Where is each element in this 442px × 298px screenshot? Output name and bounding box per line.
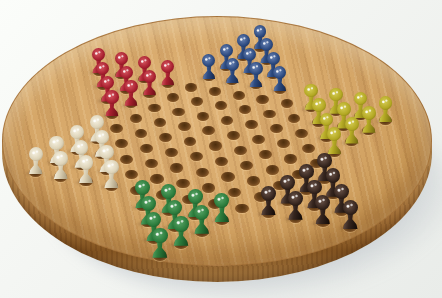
peg-head: [138, 56, 151, 69]
board-hole[interactable]: [284, 154, 297, 163]
peg-red[interactable]: [161, 60, 176, 85]
peg-red[interactable]: [104, 90, 119, 116]
peg-head: [152, 228, 167, 244]
peg-yellow[interactable]: [327, 127, 343, 154]
peg-head: [143, 70, 156, 83]
peg-head: [260, 38, 273, 51]
peg-head: [329, 88, 343, 102]
peg-head: [90, 115, 104, 129]
peg-white[interactable]: [53, 151, 69, 179]
peg-head: [315, 195, 330, 210]
peg-head: [317, 153, 331, 168]
peg-head: [379, 96, 393, 110]
peg-head: [49, 136, 63, 150]
peg-green[interactable]: [173, 216, 190, 246]
peg-head: [288, 191, 303, 206]
peg-head: [79, 155, 93, 170]
board-hole[interactable]: [196, 168, 209, 177]
peg-head: [188, 189, 203, 204]
peg-head: [249, 62, 262, 75]
peg-head: [320, 113, 334, 127]
board-hole[interactable]: [288, 114, 301, 123]
peg-blue[interactable]: [249, 62, 264, 88]
peg-head: [226, 58, 239, 71]
board-hole[interactable]: [165, 148, 178, 157]
board-hole[interactable]: [252, 135, 265, 144]
board-hole[interactable]: [150, 174, 163, 184]
photo-scene: [0, 0, 442, 298]
board-hole[interactable]: [167, 93, 179, 102]
peg-head: [345, 117, 359, 131]
board-hole[interactable]: [159, 133, 172, 142]
peg-green[interactable]: [214, 193, 231, 222]
peg-head: [173, 216, 188, 231]
board-hole[interactable]: [197, 112, 210, 121]
peg-red[interactable]: [124, 80, 139, 106]
peg-head: [312, 98, 326, 112]
peg-head: [343, 200, 358, 215]
peg-head: [304, 84, 317, 98]
board-hole[interactable]: [130, 114, 143, 123]
peg-head: [299, 164, 314, 179]
board-hole[interactable]: [209, 141, 222, 150]
peg-head: [104, 160, 118, 175]
board-hole[interactable]: [191, 97, 204, 106]
board-hole[interactable]: [266, 165, 279, 174]
peg-head: [124, 80, 137, 93]
peg-head: [141, 196, 156, 211]
board-hole[interactable]: [233, 91, 245, 100]
peg-head: [135, 180, 150, 195]
board-hole[interactable]: [135, 129, 148, 138]
peg-head: [280, 175, 295, 190]
peg-head: [29, 147, 43, 161]
board-hole[interactable]: [140, 144, 153, 153]
peg-head: [243, 48, 256, 61]
peg-head: [194, 205, 209, 220]
board-hole[interactable]: [281, 99, 294, 108]
peg-black[interactable]: [314, 195, 331, 224]
board-hole[interactable]: [176, 179, 190, 189]
peg-head: [70, 125, 84, 139]
peg-blue[interactable]: [273, 66, 288, 92]
peg-head: [254, 25, 267, 38]
peg-head: [267, 52, 280, 65]
peg-white[interactable]: [78, 155, 94, 183]
peg-head: [327, 127, 341, 141]
peg-head: [161, 184, 176, 199]
board-hole[interactable]: [263, 110, 276, 119]
board-hole[interactable]: [302, 144, 315, 153]
peg-black[interactable]: [342, 200, 359, 229]
peg-blue[interactable]: [225, 58, 240, 83]
peg-head: [362, 106, 376, 120]
peg-head: [202, 54, 215, 67]
board-hole[interactable]: [256, 95, 268, 104]
peg-green[interactable]: [151, 228, 168, 258]
peg-white[interactable]: [103, 160, 119, 188]
board-hole[interactable]: [234, 146, 247, 155]
peg-head: [120, 66, 133, 79]
peg-white[interactable]: [28, 147, 44, 175]
peg-head: [334, 184, 349, 199]
board-hole[interactable]: [120, 155, 133, 164]
peg-head: [95, 130, 109, 144]
peg-yellow[interactable]: [378, 96, 393, 122]
board-hole[interactable]: [170, 163, 183, 172]
board-hole[interactable]: [235, 204, 249, 214]
board-hole[interactable]: [215, 157, 228, 166]
peg-black[interactable]: [287, 191, 304, 220]
board-hole[interactable]: [185, 83, 197, 92]
peg-red[interactable]: [142, 70, 157, 96]
board-hole[interactable]: [227, 131, 240, 140]
peg-head: [161, 60, 174, 73]
peg-head: [237, 34, 250, 47]
peg-green[interactable]: [193, 205, 210, 234]
peg-yellow[interactable]: [361, 106, 376, 133]
peg-head: [220, 44, 233, 57]
peg-head: [115, 52, 128, 65]
peg-head: [101, 76, 114, 89]
peg-blue[interactable]: [202, 54, 217, 79]
peg-head: [53, 151, 67, 165]
peg-head: [273, 66, 286, 79]
peg-head: [307, 180, 322, 195]
peg-head: [214, 193, 229, 208]
peg-head: [105, 90, 119, 104]
peg-head: [261, 186, 276, 201]
peg-head: [92, 48, 105, 61]
peg-head: [326, 168, 341, 183]
peg-head: [337, 102, 351, 116]
peg-head: [96, 62, 109, 75]
board-hole[interactable]: [148, 104, 161, 113]
peg-black[interactable]: [260, 186, 277, 215]
peg-head: [146, 212, 161, 227]
peg-head: [74, 140, 88, 154]
peg-yellow[interactable]: [344, 117, 359, 144]
board-hole[interactable]: [221, 172, 234, 182]
board-hole[interactable]: [202, 183, 216, 193]
peg-head: [99, 145, 113, 159]
board-hole[interactable]: [295, 129, 308, 138]
board-hole[interactable]: [209, 87, 221, 96]
peg-head: [167, 200, 182, 215]
board-hole[interactable]: [178, 122, 191, 131]
peg-head: [354, 92, 368, 106]
